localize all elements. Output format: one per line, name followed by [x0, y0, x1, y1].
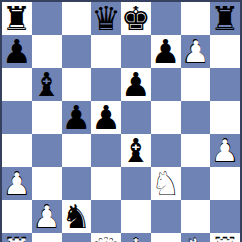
square-h8[interactable]: ♜: [210, 2, 240, 35]
square-a4[interactable]: [2, 134, 32, 167]
piece-black-pawn-icon: ♟: [2, 35, 32, 68]
piece-white-queen-icon: ♛♕: [91, 233, 121, 242]
square-e4[interactable]: ♝: [121, 134, 151, 167]
square-e8[interactable]: ♚: [121, 2, 151, 35]
square-g2[interactable]: [181, 200, 211, 233]
square-b1[interactable]: [32, 233, 62, 242]
piece-white-pawn-icon: ♟♙: [210, 134, 240, 167]
square-h4[interactable]: ♟♙: [210, 134, 240, 167]
piece-outline-layer: ♙: [210, 134, 240, 167]
square-a6[interactable]: [2, 68, 32, 101]
piece-fill-layer: ♟: [212, 136, 239, 166]
piece-black-pawn-icon: ♟: [62, 101, 92, 134]
piece-black-knight-icon: ♞: [62, 200, 92, 233]
square-h7[interactable]: [210, 35, 240, 68]
square-g1[interactable]: ♞♘: [181, 233, 211, 242]
square-g6[interactable]: [181, 68, 211, 101]
piece-white-king-icon: ♚♔: [121, 233, 151, 242]
piece-fill-layer: ♜: [212, 235, 239, 242]
square-e6[interactable]: ♟: [121, 68, 151, 101]
piece-fill-layer: ♞: [182, 235, 209, 242]
square-d2[interactable]: [91, 200, 121, 233]
square-a5[interactable]: [2, 101, 32, 134]
square-d5[interactable]: ♟: [91, 101, 121, 134]
square-c8[interactable]: [62, 2, 92, 35]
piece-outline-layer: ♙: [2, 167, 32, 200]
piece-fill-layer: ♟: [182, 37, 209, 67]
square-b4[interactable]: [32, 134, 62, 167]
piece-outline-layer: ♔: [121, 233, 151, 242]
square-c4[interactable]: [62, 134, 92, 167]
square-a7[interactable]: ♟: [2, 35, 32, 68]
piece-outline-layer: ♖: [2, 233, 32, 242]
square-h2[interactable]: [210, 200, 240, 233]
piece-white-pawn-icon: ♟♙: [32, 200, 62, 233]
piece-white-knight-icon: ♞♘: [151, 167, 181, 200]
square-f6[interactable]: [151, 68, 181, 101]
square-f8[interactable]: [151, 2, 181, 35]
chess-board: ♜♛♚♜♟♟♟♙♝♟♟♟♝♟♙♟♙♞♘♟♙♞♜♖♛♕♚♔♞♘♜♖: [0, 0, 242, 242]
square-e2[interactable]: [121, 200, 151, 233]
square-b7[interactable]: [32, 35, 62, 68]
square-e3[interactable]: [121, 167, 151, 200]
square-b2[interactable]: ♟♙: [32, 200, 62, 233]
square-c2[interactable]: ♞: [62, 200, 92, 233]
piece-white-pawn-icon: ♟♙: [181, 35, 211, 68]
piece-black-rook-icon: ♜: [210, 2, 240, 35]
square-d1[interactable]: ♛♕: [91, 233, 121, 242]
square-h6[interactable]: [210, 68, 240, 101]
square-a1[interactable]: ♜♖: [2, 233, 32, 242]
piece-white-pawn-icon: ♟♙: [2, 167, 32, 200]
square-h5[interactable]: [210, 101, 240, 134]
piece-glyph: ♜: [2, 2, 32, 35]
piece-black-bishop-icon: ♝: [121, 134, 151, 167]
piece-glyph: ♟: [2, 35, 32, 68]
square-c6[interactable]: [62, 68, 92, 101]
piece-outline-layer: ♕: [91, 233, 121, 242]
square-b6[interactable]: ♝: [32, 68, 62, 101]
piece-outline-layer: ♘: [181, 233, 211, 242]
piece-fill-layer: ♟: [4, 169, 31, 199]
square-f5[interactable]: [151, 101, 181, 134]
square-b5[interactable]: [32, 101, 62, 134]
piece-white-rook-icon: ♜♖: [210, 233, 240, 242]
square-c3[interactable]: [62, 167, 92, 200]
square-c5[interactable]: ♟: [62, 101, 92, 134]
piece-glyph: ♟: [121, 68, 151, 101]
square-c7[interactable]: [62, 35, 92, 68]
square-a2[interactable]: [2, 200, 32, 233]
square-f7[interactable]: ♟: [151, 35, 181, 68]
piece-black-bishop-icon: ♝: [32, 68, 62, 101]
square-f4[interactable]: [151, 134, 181, 167]
piece-glyph: ♝: [32, 68, 62, 101]
square-g5[interactable]: [181, 101, 211, 134]
piece-fill-layer: ♞: [152, 169, 179, 199]
square-g8[interactable]: [181, 2, 211, 35]
piece-black-king-icon: ♚: [121, 2, 151, 35]
piece-glyph: ♛: [91, 2, 121, 35]
square-g4[interactable]: [181, 134, 211, 167]
square-c1[interactable]: [62, 233, 92, 242]
piece-white-rook-icon: ♜♖: [2, 233, 32, 242]
square-g7[interactable]: ♟♙: [181, 35, 211, 68]
square-d7[interactable]: [91, 35, 121, 68]
piece-black-pawn-icon: ♟: [121, 68, 151, 101]
piece-glyph: ♟: [62, 101, 92, 134]
square-h1[interactable]: ♜♖: [210, 233, 240, 242]
square-e5[interactable]: [121, 101, 151, 134]
square-d8[interactable]: ♛: [91, 2, 121, 35]
square-d4[interactable]: [91, 134, 121, 167]
piece-black-queen-icon: ♛: [91, 2, 121, 35]
square-e1[interactable]: ♚♔: [121, 233, 151, 242]
piece-outline-layer: ♖: [210, 233, 240, 242]
square-b3[interactable]: [32, 167, 62, 200]
piece-black-rook-icon: ♜: [2, 2, 32, 35]
piece-glyph: ♝: [121, 134, 151, 167]
square-b8[interactable]: [32, 2, 62, 35]
square-f1[interactable]: [151, 233, 181, 242]
square-d6[interactable]: [91, 68, 121, 101]
piece-glyph: ♞: [62, 200, 92, 233]
square-f2[interactable]: [151, 200, 181, 233]
piece-glyph: ♜: [210, 2, 240, 35]
piece-black-pawn-icon: ♟: [91, 101, 121, 134]
piece-outline-layer: ♙: [181, 35, 211, 68]
square-f3[interactable]: ♞♘: [151, 167, 181, 200]
piece-fill-layer: ♜: [4, 235, 31, 242]
piece-glyph: ♚: [121, 2, 151, 35]
piece-glyph: ♟: [151, 35, 181, 68]
piece-fill-layer: ♛: [93, 235, 120, 242]
piece-fill-layer: ♟: [33, 202, 60, 232]
piece-outline-layer: ♘: [151, 167, 181, 200]
piece-black-pawn-icon: ♟: [151, 35, 181, 68]
square-h3[interactable]: [210, 167, 240, 200]
piece-outline-layer: ♙: [32, 200, 62, 233]
square-e7[interactable]: [121, 35, 151, 68]
square-d3[interactable]: [91, 167, 121, 200]
square-a3[interactable]: ♟♙: [2, 167, 32, 200]
piece-white-knight-icon: ♞♘: [181, 233, 211, 242]
piece-glyph: ♟: [91, 101, 121, 134]
square-g3[interactable]: [181, 167, 211, 200]
piece-fill-layer: ♚: [123, 235, 150, 242]
square-a8[interactable]: ♜: [2, 2, 32, 35]
